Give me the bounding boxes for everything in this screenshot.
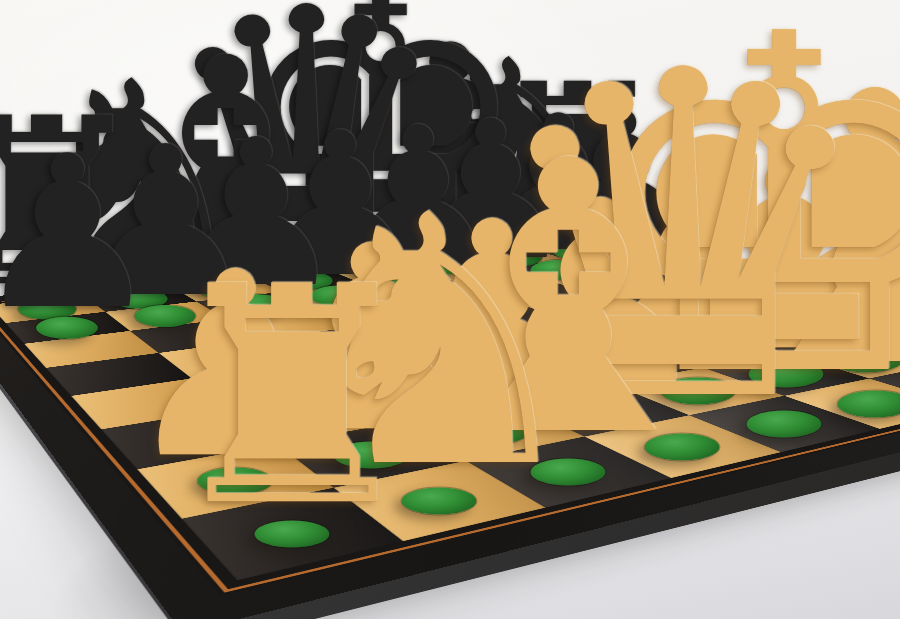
board-frame <box>0 235 900 619</box>
board-top-layer <box>40 0 900 619</box>
board-squares-grid <box>0 242 900 580</box>
chess-photo-scene: ♜♞♝♛♚♝♞♜♟♟♟♟♟♟♟♟♟♟♟♟♟♟♟♟♜♞♝♛♚♝♞♜ <box>0 0 900 619</box>
chessboard <box>40 0 900 619</box>
board-top <box>0 235 900 619</box>
